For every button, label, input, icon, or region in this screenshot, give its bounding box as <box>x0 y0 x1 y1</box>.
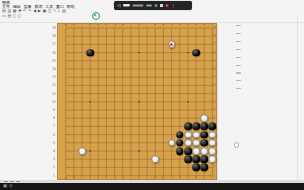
row-coordinate-label: 10 <box>52 100 55 103</box>
black-stone[interactable] <box>192 123 200 131</box>
move-list-entry[interactable] <box>236 80 241 81</box>
column-coordinate-label: S <box>203 23 205 26</box>
toolbar-icon[interactable]: ⌕ <box>58 8 60 13</box>
row-coordinate-label: 19 <box>52 27 55 30</box>
row-coordinate-label: 8 <box>213 117 215 120</box>
row-coordinate-label: 19 <box>212 27 215 30</box>
black-stone[interactable] <box>200 139 208 147</box>
black-stone[interactable] <box>86 49 94 57</box>
move-list-entry[interactable] <box>236 65 241 66</box>
row-coordinate-label: 15 <box>212 59 215 62</box>
row-coordinate-label: 2 <box>213 166 215 169</box>
move-list-entry[interactable] <box>236 57 241 58</box>
go-board[interactable]: 1919AA1818BB1717CC1616DD1515EE1414FF1313… <box>57 23 217 180</box>
white-stone[interactable] <box>192 147 200 155</box>
row-coordinate-label: 18 <box>212 35 215 38</box>
row-coordinate-label: 2 <box>53 166 55 169</box>
column-coordinate-label: B <box>73 23 75 26</box>
black-stone[interactable] <box>200 155 208 163</box>
move-list-entry[interactable] <box>236 49 241 50</box>
taskbar[interactable]: ▣ ◎ <box>0 183 304 190</box>
row-coordinate-label: 11 <box>52 92 55 95</box>
row-coordinate-label: 1 <box>53 174 55 177</box>
black-stone[interactable] <box>200 123 208 131</box>
row-coordinate-label: 8 <box>53 117 55 120</box>
stop-square-icon[interactable] <box>160 4 163 7</box>
black-stone[interactable] <box>192 155 200 163</box>
black-stone[interactable] <box>184 147 192 155</box>
row-coordinate-label: 15 <box>52 59 55 62</box>
row-coordinate-label: 18 <box>52 35 55 38</box>
pill-indicator <box>123 4 130 7</box>
column-coordinate-label: L <box>146 23 147 26</box>
black-stone[interactable] <box>176 147 184 155</box>
toolbar-icon[interactable]: ▤ <box>7 13 11 17</box>
move-list-entry[interactable] <box>236 41 241 42</box>
white-stone-indicator-icon <box>234 142 240 148</box>
green-status-dot[interactable] <box>154 4 157 7</box>
column-coordinate-label: G <box>114 23 116 26</box>
white-stone[interactable] <box>168 41 176 49</box>
last-move-triangle-marker <box>170 43 174 46</box>
toolbar-icon[interactable]: ✎ <box>53 8 56 12</box>
status-mark <box>4 181 8 182</box>
column-coordinate-label: H <box>122 23 124 26</box>
white-stone[interactable] <box>184 131 192 139</box>
move-list-entry[interactable] <box>236 25 241 26</box>
black-stone[interactable] <box>200 164 208 172</box>
red-record-dot[interactable] <box>165 4 168 7</box>
black-stone[interactable] <box>192 49 200 57</box>
column-coordinate-label: M <box>154 23 156 26</box>
move-list-entry[interactable] <box>236 72 241 73</box>
toolbar-icon[interactable]: ▭ <box>2 13 6 17</box>
column-coordinate-label: R <box>195 23 197 26</box>
row-coordinate-label: 9 <box>53 109 55 112</box>
row-coordinate-label: 17 <box>212 43 215 46</box>
row-coordinate-label: 3 <box>53 158 55 161</box>
black-stone[interactable] <box>200 131 208 139</box>
black-stone[interactable] <box>192 164 200 172</box>
toolbar-icon[interactable]: ◻ <box>13 13 16 17</box>
toolbar-icon[interactable]: ▧ <box>62 8 66 12</box>
move-list-entry[interactable] <box>236 88 241 89</box>
record-control-bar[interactable]: ◁ ⋮ <box>114 1 192 10</box>
black-stone[interactable] <box>209 123 217 131</box>
app-window: 围棋 文件编辑查看棋谱工具窗口帮助 ▤▥▦✚↶↷◀▶▣◫✎⌕▧ ▭▤◻◻ · ·… <box>0 0 304 190</box>
white-stone[interactable] <box>78 147 86 155</box>
white-stone[interactable] <box>209 131 217 139</box>
row-coordinate-label: 14 <box>212 68 215 71</box>
status-mark <box>16 181 20 182</box>
status-mark <box>10 181 14 182</box>
black-stone[interactable] <box>176 139 184 147</box>
row-coordinate-label: 1 <box>213 174 215 177</box>
row-coordinate-label: 6 <box>53 133 55 136</box>
white-stone[interactable] <box>192 139 200 147</box>
row-coordinate-label: 16 <box>212 51 215 54</box>
black-stone[interactable] <box>176 131 184 139</box>
more-icon[interactable]: ⋮ <box>171 3 176 8</box>
row-coordinate-label: 7 <box>53 125 55 128</box>
black-stone[interactable] <box>184 155 192 163</box>
row-coordinate-label: 12 <box>52 84 55 87</box>
start-game-button[interactable] <box>92 12 100 20</box>
row-coordinate-label: 17 <box>52 43 55 46</box>
row-coordinate-label: 16 <box>52 51 55 54</box>
row-coordinate-label: 10 <box>212 100 215 103</box>
row-coordinate-label: 11 <box>212 92 215 95</box>
column-coordinate-label: J <box>130 23 131 26</box>
white-stone[interactable] <box>168 139 176 147</box>
white-stone[interactable] <box>209 147 217 155</box>
record-text-smudge <box>132 4 143 6</box>
white-stone[interactable] <box>209 155 217 163</box>
row-coordinate-label: 13 <box>212 76 215 79</box>
row-coordinate-label: 12 <box>212 84 215 87</box>
white-stone[interactable] <box>184 139 192 147</box>
record-text-smudge <box>146 4 152 6</box>
white-stone[interactable] <box>192 131 200 139</box>
row-coordinate-label: 9 <box>213 109 215 112</box>
back-icon[interactable]: ◁ <box>117 3 120 8</box>
row-coordinate-label: 4 <box>53 150 55 153</box>
white-stone[interactable] <box>152 155 160 163</box>
black-stone[interactable] <box>184 123 192 131</box>
row-coordinate-label: 5 <box>53 141 55 144</box>
column-coordinate-label: A <box>65 23 67 26</box>
row-coordinate-label: 13 <box>52 76 55 79</box>
move-list-entry[interactable] <box>236 33 241 34</box>
row-coordinate-label: 14 <box>52 68 55 71</box>
panel-scrollbar[interactable] <box>297 16 298 180</box>
white-stone[interactable] <box>209 139 217 147</box>
column-coordinate-label: O <box>171 23 173 26</box>
column-coordinate-label: Q <box>187 23 189 26</box>
green-dot-icon <box>94 14 96 16</box>
column-coordinate-label: P <box>179 23 181 26</box>
column-coordinate-label: D <box>89 23 91 26</box>
white-stone[interactable] <box>200 147 208 155</box>
column-coordinate-label: C <box>81 23 83 26</box>
column-coordinate-label: K <box>138 23 140 26</box>
white-stone[interactable] <box>200 114 208 122</box>
